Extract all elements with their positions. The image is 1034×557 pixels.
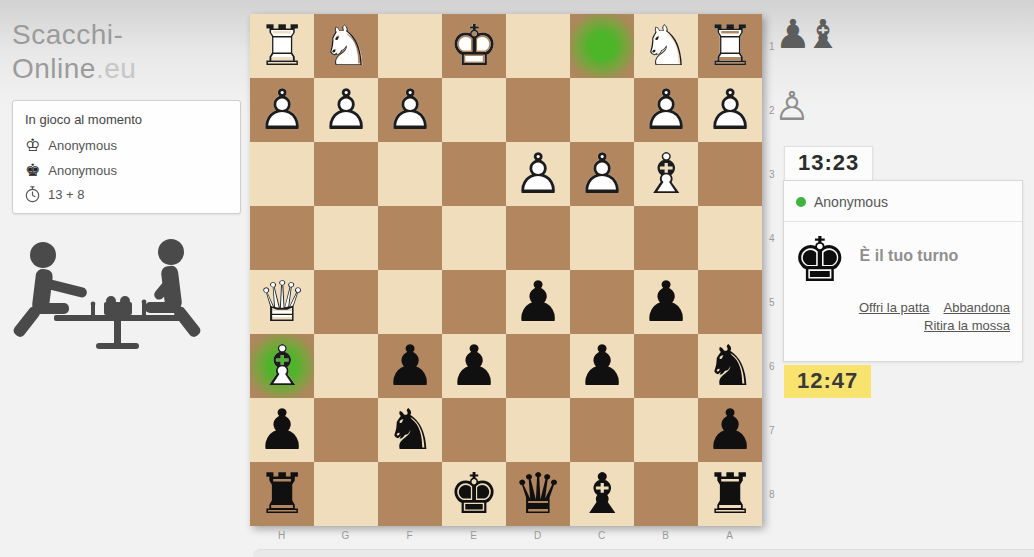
- black-player-name: Anonymous: [48, 163, 117, 178]
- square-e2[interactable]: [442, 78, 506, 142]
- panel-player-name: Anonymous: [814, 194, 888, 210]
- rank-label-6: 6: [769, 334, 775, 398]
- white-queen-piece[interactable]: ♛♕: [250, 270, 314, 334]
- white-pawn-piece[interactable]: ♟♙: [698, 78, 762, 142]
- square-c7[interactable]: [570, 398, 634, 462]
- square-e4[interactable]: [442, 206, 506, 270]
- square-h1[interactable]: ♜♖: [250, 14, 314, 78]
- square-d3[interactable]: ♟♙: [506, 142, 570, 206]
- square-b2[interactable]: ♟♙: [634, 78, 698, 142]
- file-label-f: F: [378, 530, 442, 541]
- square-g4[interactable]: [314, 206, 378, 270]
- time-control-row: 13 + 8: [25, 186, 228, 203]
- square-d7[interactable]: [506, 398, 570, 462]
- black-king-piece[interactable]: ♚: [442, 462, 506, 526]
- turn-panel: Anonymous ♚ È il tuo turno Offri la patt…: [783, 180, 1023, 362]
- file-label-h: H: [250, 530, 314, 541]
- square-c3[interactable]: ♟♙: [570, 142, 634, 206]
- square-a8[interactable]: ♜: [698, 462, 762, 526]
- players-illustration-icon: [6, 238, 208, 350]
- black-pawn-piece[interactable]: ♟: [634, 270, 698, 334]
- turn-row: ♚ È il tuo turno: [784, 222, 1022, 292]
- black-rook-piece[interactable]: ♜: [698, 462, 762, 526]
- offer-draw-link[interactable]: Offri la patta: [859, 300, 930, 315]
- white-knight-piece[interactable]: ♞♘: [314, 14, 378, 78]
- square-g6[interactable]: [314, 334, 378, 398]
- square-h2[interactable]: ♟♙: [250, 78, 314, 142]
- site-logo[interactable]: Scacchi- Online.eu: [12, 18, 136, 86]
- square-a3[interactable]: [698, 142, 762, 206]
- file-label-b: B: [634, 530, 698, 541]
- square-f2[interactable]: ♟♙: [378, 78, 442, 142]
- square-d1[interactable]: [506, 14, 570, 78]
- white-pawn-piece[interactable]: ♟♙: [634, 78, 698, 142]
- square-e3[interactable]: [442, 142, 506, 206]
- square-b3[interactable]: ♝♗: [634, 142, 698, 206]
- captured-black-pawn-icon: ♟: [775, 11, 805, 57]
- white-bishop-piece[interactable]: ♝♗: [634, 142, 698, 206]
- square-c8[interactable]: ♝: [570, 462, 634, 526]
- square-d4[interactable]: [506, 206, 570, 270]
- black-player-row: ♚ Anonymous: [25, 161, 228, 179]
- file-labels: HGFEDCBA: [250, 530, 762, 541]
- square-c1[interactable]: [570, 14, 634, 78]
- square-h4[interactable]: [250, 206, 314, 270]
- black-pawn-piece[interactable]: ♟: [698, 398, 762, 462]
- square-h6[interactable]: ♝♗: [250, 334, 314, 398]
- captured-white-pieces-tray: ♙: [774, 82, 810, 130]
- resign-link[interactable]: Abbandona: [943, 300, 1010, 315]
- square-a4[interactable]: [698, 206, 762, 270]
- square-a5[interactable]: [698, 270, 762, 334]
- black-knight-piece[interactable]: ♞: [378, 398, 442, 462]
- square-a7[interactable]: ♟: [698, 398, 762, 462]
- square-b4[interactable]: [634, 206, 698, 270]
- square-h8[interactable]: ♜: [250, 462, 314, 526]
- white-clock: 13:23: [784, 146, 873, 181]
- white-bishop-piece[interactable]: ♝♗: [250, 334, 314, 398]
- rank-label-5: 5: [769, 270, 775, 334]
- square-d2[interactable]: [506, 78, 570, 142]
- square-f1[interactable]: [378, 14, 442, 78]
- game-action-links: Offri la pattaAbbandona Ritira la mossa: [859, 299, 1010, 335]
- black-rook-piece[interactable]: ♜: [250, 462, 314, 526]
- square-d8[interactable]: ♛: [506, 462, 570, 526]
- square-f4[interactable]: [378, 206, 442, 270]
- rank-label-7: 7: [769, 398, 775, 462]
- black-pawn-piece[interactable]: ♟: [570, 334, 634, 398]
- square-f8[interactable]: [378, 462, 442, 526]
- rank-label-3: 3: [769, 142, 775, 206]
- rank-label-4: 4: [769, 206, 775, 270]
- chess-board-area: ♜♖♞♘♚♔♞♘♜♖♟♙♟♙♟♙♟♙♟♙♟♙♟♙♝♗♛♕♟♟♝♗♟♟♟♞♟♞♟♜…: [250, 14, 762, 526]
- white-king-piece[interactable]: ♚♔: [442, 14, 506, 78]
- white-pawn-piece[interactable]: ♟♙: [250, 78, 314, 142]
- square-g1[interactable]: ♞♘: [314, 14, 378, 78]
- square-f3[interactable]: [378, 142, 442, 206]
- content-footer-edge: [253, 549, 1034, 557]
- file-label-g: G: [314, 530, 378, 541]
- square-f7[interactable]: ♞: [378, 398, 442, 462]
- file-label-a: A: [698, 530, 762, 541]
- white-king-icon: ♔: [25, 136, 40, 154]
- square-h5[interactable]: ♛♕: [250, 270, 314, 334]
- white-pawn-piece[interactable]: ♟♙: [378, 78, 442, 142]
- logo-line2: Online: [12, 53, 96, 84]
- square-c5[interactable]: [570, 270, 634, 334]
- white-player-row: ♔ Anonymous: [25, 136, 228, 154]
- black-knight-piece[interactable]: ♞: [698, 334, 762, 398]
- square-c2[interactable]: [570, 78, 634, 142]
- black-pawn-piece[interactable]: ♟: [250, 398, 314, 462]
- square-g3[interactable]: [314, 142, 378, 206]
- white-pawn-piece[interactable]: ♟♙: [570, 142, 634, 206]
- white-rook-piece[interactable]: ♜♖: [250, 14, 314, 78]
- square-d5[interactable]: ♟: [506, 270, 570, 334]
- black-king-turn-icon: ♚: [792, 228, 848, 292]
- square-e5[interactable]: [442, 270, 506, 334]
- black-pawn-piece[interactable]: ♟: [442, 334, 506, 398]
- square-h7[interactable]: ♟: [250, 398, 314, 462]
- current-game-box: In gioco al momento ♔ Anonymous ♚ Anonym…: [12, 100, 241, 214]
- black-pawn-piece[interactable]: ♟: [506, 270, 570, 334]
- square-e8[interactable]: ♚: [442, 462, 506, 526]
- black-queen-piece[interactable]: ♛: [506, 462, 570, 526]
- black-king-icon: ♚: [25, 161, 40, 179]
- turn-message: È il tuo turno: [860, 247, 959, 265]
- square-c6[interactable]: ♟: [570, 334, 634, 398]
- square-b6[interactable]: [634, 334, 698, 398]
- square-b5[interactable]: ♟: [634, 270, 698, 334]
- square-b7[interactable]: [634, 398, 698, 462]
- online-status-dot: [796, 197, 806, 207]
- captured-white-pawn-icon: ♙: [774, 83, 810, 129]
- white-pawn-piece[interactable]: ♟♙: [506, 142, 570, 206]
- square-a6[interactable]: ♞: [698, 334, 762, 398]
- clock-icon: [25, 186, 40, 203]
- captured-black-pieces-tray: ♟♝: [775, 10, 835, 58]
- rank-label-1: 1: [769, 14, 775, 78]
- square-e6[interactable]: ♟: [442, 334, 506, 398]
- white-player-name: Anonymous: [48, 138, 117, 153]
- square-c4[interactable]: [570, 206, 634, 270]
- square-d6[interactable]: [506, 334, 570, 398]
- square-g8[interactable]: [314, 462, 378, 526]
- square-a1[interactable]: ♜♖: [698, 14, 762, 78]
- black-clock-active: 12:47: [784, 365, 871, 398]
- logo-tld: .eu: [96, 53, 136, 84]
- current-game-title: In gioco al momento: [25, 112, 228, 127]
- black-bishop-piece[interactable]: ♝: [570, 462, 634, 526]
- captured-black-bishop-icon: ♝: [805, 11, 835, 57]
- file-label-d: D: [506, 530, 570, 541]
- chess-board[interactable]: ♜♖♞♘♚♔♞♘♜♖♟♙♟♙♟♙♟♙♟♙♟♙♟♙♝♗♛♕♟♟♝♗♟♟♟♞♟♞♟♜…: [250, 14, 762, 526]
- takeback-link[interactable]: Ritira la mossa: [924, 318, 1010, 333]
- file-label-e: E: [442, 530, 506, 541]
- square-a2[interactable]: ♟♙: [698, 78, 762, 142]
- logo-line1: Scacchi-: [12, 18, 136, 52]
- white-pawn-piece[interactable]: ♟♙: [314, 78, 378, 142]
- square-g5[interactable]: [314, 270, 378, 334]
- square-e7[interactable]: [442, 398, 506, 462]
- square-f6[interactable]: ♟: [378, 334, 442, 398]
- time-control-value: 13 + 8: [48, 187, 85, 202]
- square-g2[interactable]: ♟♙: [314, 78, 378, 142]
- white-knight-piece[interactable]: ♞♘: [634, 14, 698, 78]
- black-pawn-piece[interactable]: ♟: [378, 334, 442, 398]
- rank-label-8: 8: [769, 462, 775, 526]
- square-e1[interactable]: ♚♔: [442, 14, 506, 78]
- square-b8[interactable]: [634, 462, 698, 526]
- square-g7[interactable]: [314, 398, 378, 462]
- white-rook-piece[interactable]: ♜♖: [698, 14, 762, 78]
- square-f5[interactable]: [378, 270, 442, 334]
- square-h3[interactable]: [250, 142, 314, 206]
- file-label-c: C: [570, 530, 634, 541]
- square-b1[interactable]: ♞♘: [634, 14, 698, 78]
- panel-player-row: Anonymous: [784, 181, 1022, 221]
